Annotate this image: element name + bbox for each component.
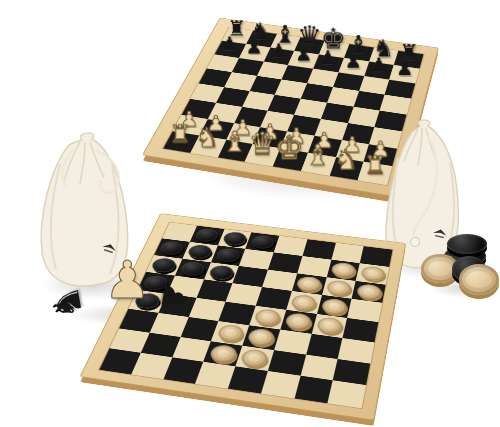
checker-natural [247, 328, 276, 347]
chess-square-a4 [190, 83, 224, 102]
checker-natural [208, 344, 238, 364]
checker-natural [330, 262, 356, 279]
checker-natural [320, 297, 347, 315]
loose-black-pawn-lying: ♟ [156, 279, 195, 315]
chess-square-c5 [249, 76, 281, 95]
checkers-square-r3c3 [226, 283, 262, 305]
loose-black-checker-stack-top [447, 234, 487, 254]
checkers-square-r5c0 [119, 309, 158, 333]
checkers-square-r1c1 [182, 242, 217, 262]
chess-square-g6 [359, 76, 390, 95]
loose-natural-checker-engraved [459, 264, 499, 295]
checker-natural [315, 316, 343, 335]
loose-black-knight-lying: ♞ [45, 283, 88, 323]
checker-black [150, 257, 178, 273]
checkers-square-r0c6 [331, 243, 364, 263]
checker-black [179, 261, 207, 277]
checker-black [215, 247, 242, 263]
checkers-square-r5c5 [274, 329, 311, 354]
loose-natural-pawn-standing: ♟ [104, 254, 151, 306]
checkers-square-r7c7 [328, 381, 366, 409]
checkers-square-r1c7 [356, 263, 389, 284]
chess-square-d5 [275, 80, 307, 99]
checker-black [207, 264, 235, 281]
checker-black [249, 235, 275, 250]
chess-square-b4 [216, 87, 249, 106]
checker-natural [253, 308, 282, 326]
product-scene: ♜♞♝♛♚♝♞♜♟♟♟♟♟♟♟♟♟♟♟♟♟♟♟♟♜♞♝♛♚♝♞♜ ♞ ♟ ♟ [0, 0, 500, 427]
checker-black [158, 240, 186, 256]
checker-natural [296, 275, 323, 292]
checkers-square-r7c6 [294, 376, 333, 404]
checker-natural [240, 348, 270, 368]
checker-natural [325, 279, 352, 296]
checker-natural [360, 265, 386, 282]
checkers-square-r7c2 [163, 357, 203, 383]
checker-natural [215, 324, 245, 343]
checker-natural [356, 283, 383, 300]
cord-toggle [411, 238, 420, 247]
checker-black [186, 244, 213, 260]
chess-square-g5 [353, 91, 385, 111]
checkers-square-r3c5 [286, 291, 322, 314]
checker-black [221, 231, 248, 246]
checkers-square-r6c6 [300, 354, 338, 380]
checker-black [194, 228, 221, 243]
chess-square-h5 [380, 95, 411, 115]
checker-natural [290, 294, 318, 312]
checkers-square-r3c7 [347, 299, 382, 322]
checker-natural [284, 312, 312, 331]
